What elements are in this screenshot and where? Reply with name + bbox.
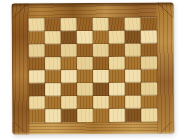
square-h8[interactable] xyxy=(141,18,157,31)
square-g1[interactable] xyxy=(125,109,141,122)
square-d5[interactable] xyxy=(77,57,93,70)
playing-area xyxy=(29,18,158,123)
square-b3[interactable] xyxy=(45,83,61,96)
square-e3[interactable] xyxy=(93,83,109,96)
square-h4[interactable] xyxy=(141,70,157,83)
square-c3[interactable] xyxy=(61,83,77,96)
square-g6[interactable] xyxy=(125,44,141,57)
square-g8[interactable] xyxy=(125,18,141,31)
square-h5[interactable] xyxy=(141,57,157,70)
square-h7[interactable] xyxy=(141,31,157,44)
square-g5[interactable] xyxy=(125,57,141,70)
square-f6[interactable] xyxy=(109,44,125,57)
square-e1[interactable] xyxy=(93,109,109,122)
square-b6[interactable] xyxy=(45,44,61,57)
board-photo xyxy=(0,0,186,140)
square-a4[interactable] xyxy=(29,70,45,83)
square-c5[interactable] xyxy=(61,57,77,70)
square-b5[interactable] xyxy=(45,57,61,70)
board-frame-top xyxy=(12,3,174,19)
square-b2[interactable] xyxy=(45,96,61,109)
square-f3[interactable] xyxy=(109,83,125,96)
square-e4[interactable] xyxy=(93,70,109,83)
square-a7[interactable] xyxy=(29,31,45,44)
square-h6[interactable] xyxy=(141,44,157,57)
square-f4[interactable] xyxy=(109,70,125,83)
chessboard xyxy=(12,3,175,135)
square-e5[interactable] xyxy=(93,57,109,70)
square-d8[interactable] xyxy=(77,18,93,31)
square-c6[interactable] xyxy=(61,44,77,57)
square-c8[interactable] xyxy=(61,18,77,31)
frame-miter-bottom-right xyxy=(157,122,174,134)
square-d1[interactable] xyxy=(77,109,93,122)
square-e8[interactable] xyxy=(93,18,109,31)
square-g2[interactable] xyxy=(125,96,141,109)
square-f8[interactable] xyxy=(109,18,125,31)
square-h1[interactable] xyxy=(141,109,157,122)
square-b1[interactable] xyxy=(45,109,61,122)
square-f2[interactable] xyxy=(109,96,125,109)
square-e2[interactable] xyxy=(93,96,109,109)
frame-miter-top-right xyxy=(157,3,174,18)
square-e7[interactable] xyxy=(93,31,109,44)
square-g4[interactable] xyxy=(125,70,141,83)
square-d4[interactable] xyxy=(77,70,93,83)
square-h2[interactable] xyxy=(141,96,157,109)
square-f5[interactable] xyxy=(109,57,125,70)
square-d7[interactable] xyxy=(77,31,93,44)
square-a3[interactable] xyxy=(29,83,45,96)
square-c4[interactable] xyxy=(61,70,77,83)
square-a1[interactable] xyxy=(29,109,45,122)
square-g3[interactable] xyxy=(125,83,141,96)
frame-miter-top-left xyxy=(12,3,29,18)
square-b8[interactable] xyxy=(45,18,61,31)
square-d3[interactable] xyxy=(77,83,93,96)
square-a2[interactable] xyxy=(29,96,45,109)
square-a8[interactable] xyxy=(29,18,45,31)
square-g7[interactable] xyxy=(125,31,141,44)
square-d6[interactable] xyxy=(77,44,93,57)
square-h3[interactable] xyxy=(141,83,157,96)
board-frame-right xyxy=(157,3,175,134)
square-e6[interactable] xyxy=(93,44,109,57)
square-a6[interactable] xyxy=(29,44,45,57)
square-c1[interactable] xyxy=(61,109,77,122)
board-frame-bottom xyxy=(12,122,174,135)
square-c7[interactable] xyxy=(61,31,77,44)
frame-miter-bottom-left xyxy=(12,122,29,134)
board-frame-left xyxy=(12,3,30,134)
square-b7[interactable] xyxy=(45,31,61,44)
square-a5[interactable] xyxy=(29,57,45,70)
square-f7[interactable] xyxy=(109,31,125,44)
square-d2[interactable] xyxy=(77,96,93,109)
square-b4[interactable] xyxy=(45,70,61,83)
square-c2[interactable] xyxy=(61,96,77,109)
square-f1[interactable] xyxy=(109,109,125,122)
